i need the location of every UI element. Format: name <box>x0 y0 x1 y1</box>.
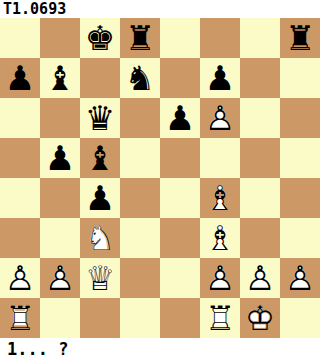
square-e8[interactable] <box>160 18 200 58</box>
square-a1[interactable]: ♜♖ <box>0 298 40 338</box>
piece-white-pawn[interactable]: ♟♙ <box>40 258 80 298</box>
white-piece-outline: ♙ <box>0 258 40 298</box>
white-piece-outline: ♙ <box>240 258 280 298</box>
square-f6[interactable]: ♟♙ <box>200 98 240 138</box>
piece-black-bishop[interactable]: ♝ <box>40 58 80 98</box>
square-a5[interactable] <box>0 138 40 178</box>
piece-black-king[interactable]: ♚ <box>80 18 120 58</box>
white-piece-outline: ♖ <box>200 298 240 338</box>
white-piece-outline: ♗ <box>200 218 240 258</box>
black-piece-glyph: ♟ <box>0 58 40 98</box>
piece-white-pawn[interactable]: ♟♙ <box>200 98 240 138</box>
black-piece-glyph: ♝ <box>80 138 120 178</box>
piece-black-pawn[interactable]: ♟ <box>200 58 240 98</box>
square-e7[interactable] <box>160 58 200 98</box>
square-d7[interactable]: ♞ <box>120 58 160 98</box>
square-h8[interactable]: ♜ <box>280 18 320 58</box>
square-b2[interactable]: ♟♙ <box>40 258 80 298</box>
square-c3[interactable]: ♞♘ <box>80 218 120 258</box>
chess-board: ♚♜♜♟♝♞♟♛♟♟♙♟♝♟♝♗♞♘♝♗♟♙♟♙♛♕♟♙♟♙♟♙♜♖♜♖♚♔ <box>0 18 320 338</box>
square-f4[interactable]: ♝♗ <box>200 178 240 218</box>
puzzle-id: T1.0693 <box>0 0 320 18</box>
black-piece-glyph: ♟ <box>160 98 200 138</box>
white-piece-outline: ♕ <box>80 258 120 298</box>
piece-black-pawn[interactable]: ♟ <box>0 58 40 98</box>
chess-puzzle-window: T1.0693 ♚♜♜♟♝♞♟♛♟♟♙♟♝♟♝♗♞♘♝♗♟♙♟♙♛♕♟♙♟♙♟♙… <box>0 0 320 360</box>
square-b8[interactable] <box>40 18 80 58</box>
square-a7[interactable]: ♟ <box>0 58 40 98</box>
square-e3[interactable] <box>160 218 200 258</box>
move-prompt: 1... ? <box>0 338 320 360</box>
piece-black-rook[interactable]: ♜ <box>120 18 160 58</box>
square-e5[interactable] <box>160 138 200 178</box>
piece-black-rook[interactable]: ♜ <box>280 18 320 58</box>
square-a4[interactable] <box>0 178 40 218</box>
square-f2[interactable]: ♟♙ <box>200 258 240 298</box>
square-h1[interactable] <box>280 298 320 338</box>
white-piece-outline: ♗ <box>200 178 240 218</box>
square-f7[interactable]: ♟ <box>200 58 240 98</box>
square-d6[interactable] <box>120 98 160 138</box>
square-c1[interactable] <box>80 298 120 338</box>
square-e6[interactable]: ♟ <box>160 98 200 138</box>
square-b5[interactable]: ♟ <box>40 138 80 178</box>
square-h4[interactable] <box>280 178 320 218</box>
square-d4[interactable] <box>120 178 160 218</box>
square-c6[interactable]: ♛ <box>80 98 120 138</box>
black-piece-glyph: ♞ <box>120 58 160 98</box>
square-c4[interactable]: ♟ <box>80 178 120 218</box>
square-g4[interactable] <box>240 178 280 218</box>
square-b1[interactable] <box>40 298 80 338</box>
square-b3[interactable] <box>40 218 80 258</box>
white-piece-outline: ♙ <box>200 258 240 298</box>
piece-white-pawn[interactable]: ♟♙ <box>200 258 240 298</box>
square-h2[interactable]: ♟♙ <box>280 258 320 298</box>
piece-white-rook[interactable]: ♜♖ <box>200 298 240 338</box>
piece-white-rook[interactable]: ♜♖ <box>0 298 40 338</box>
piece-white-pawn[interactable]: ♟♙ <box>240 258 280 298</box>
black-piece-glyph: ♜ <box>280 18 320 58</box>
square-f3[interactable]: ♝♗ <box>200 218 240 258</box>
square-e2[interactable] <box>160 258 200 298</box>
square-h3[interactable] <box>280 218 320 258</box>
square-a6[interactable] <box>0 98 40 138</box>
white-piece-outline: ♙ <box>280 258 320 298</box>
piece-white-queen[interactable]: ♛♕ <box>80 258 120 298</box>
square-d8[interactable]: ♜ <box>120 18 160 58</box>
square-a3[interactable] <box>0 218 40 258</box>
piece-white-pawn[interactable]: ♟♙ <box>0 258 40 298</box>
square-f5[interactable] <box>200 138 240 178</box>
square-f8[interactable] <box>200 18 240 58</box>
square-c5[interactable]: ♝ <box>80 138 120 178</box>
black-piece-glyph: ♝ <box>40 58 80 98</box>
square-c7[interactable] <box>80 58 120 98</box>
piece-white-bishop[interactable]: ♝♗ <box>200 218 240 258</box>
square-g6[interactable] <box>240 98 280 138</box>
square-h5[interactable] <box>280 138 320 178</box>
square-b6[interactable] <box>40 98 80 138</box>
square-e1[interactable] <box>160 298 200 338</box>
square-d2[interactable] <box>120 258 160 298</box>
square-g5[interactable] <box>240 138 280 178</box>
black-piece-glyph: ♟ <box>40 138 80 178</box>
black-piece-glyph: ♟ <box>200 58 240 98</box>
white-piece-outline: ♘ <box>80 218 120 258</box>
piece-black-queen[interactable]: ♛ <box>80 98 120 138</box>
square-g8[interactable] <box>240 18 280 58</box>
piece-white-bishop[interactable]: ♝♗ <box>200 178 240 218</box>
square-a2[interactable]: ♟♙ <box>0 258 40 298</box>
white-piece-outline: ♖ <box>0 298 40 338</box>
square-h7[interactable] <box>280 58 320 98</box>
square-d1[interactable] <box>120 298 160 338</box>
square-g1[interactable]: ♚♔ <box>240 298 280 338</box>
square-d3[interactable] <box>120 218 160 258</box>
square-h6[interactable] <box>280 98 320 138</box>
black-piece-glyph: ♟ <box>80 178 120 218</box>
square-f1[interactable]: ♜♖ <box>200 298 240 338</box>
square-b7[interactable]: ♝ <box>40 58 80 98</box>
piece-white-knight[interactable]: ♞♘ <box>80 218 120 258</box>
white-piece-outline: ♙ <box>200 98 240 138</box>
square-e4[interactable] <box>160 178 200 218</box>
piece-black-pawn[interactable]: ♟ <box>160 98 200 138</box>
piece-black-pawn[interactable]: ♟ <box>80 178 120 218</box>
square-d5[interactable] <box>120 138 160 178</box>
white-piece-outline: ♔ <box>240 298 280 338</box>
piece-black-pawn[interactable]: ♟ <box>40 138 80 178</box>
piece-black-bishop[interactable]: ♝ <box>80 138 120 178</box>
black-piece-glyph: ♚ <box>80 18 120 58</box>
piece-white-king[interactable]: ♚♔ <box>240 298 280 338</box>
square-g7[interactable] <box>240 58 280 98</box>
square-g2[interactable]: ♟♙ <box>240 258 280 298</box>
square-g3[interactable] <box>240 218 280 258</box>
square-c8[interactable]: ♚ <box>80 18 120 58</box>
black-piece-glyph: ♜ <box>120 18 160 58</box>
black-piece-glyph: ♛ <box>80 98 120 138</box>
piece-black-knight[interactable]: ♞ <box>120 58 160 98</box>
white-piece-outline: ♙ <box>40 258 80 298</box>
piece-white-pawn[interactable]: ♟♙ <box>280 258 320 298</box>
square-c2[interactable]: ♛♕ <box>80 258 120 298</box>
square-b4[interactable] <box>40 178 80 218</box>
square-a8[interactable] <box>0 18 40 58</box>
